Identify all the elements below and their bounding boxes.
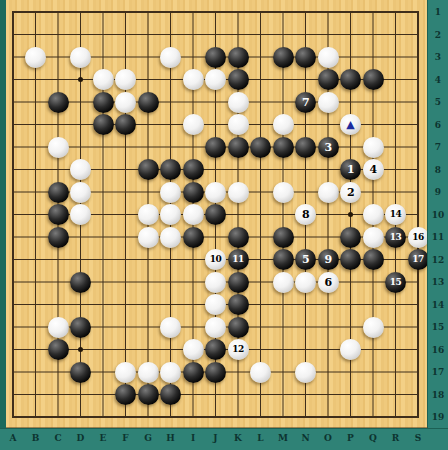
intersection-D3[interactable] [69,46,92,69]
intersection-Q14[interactable] [362,293,385,316]
intersection-Q19[interactable] [362,406,385,429]
intersection-R1[interactable] [384,1,407,24]
intersection-C11[interactable] [47,226,70,249]
intersection-J11[interactable] [204,226,227,249]
intersection-L9[interactable] [249,181,272,204]
intersection-C7[interactable] [47,136,70,159]
intersection-P6[interactable]: ▲ [339,113,362,136]
intersection-K16[interactable]: 12 [227,338,250,361]
intersection-J8[interactable] [204,158,227,181]
intersection-L13[interactable] [249,271,272,294]
intersection-F13[interactable] [114,271,137,294]
intersection-K2[interactable] [227,23,250,46]
intersection-S8[interactable] [407,158,430,181]
intersection-I16[interactable] [182,338,205,361]
intersection-E11[interactable] [92,226,115,249]
intersection-H12[interactable] [159,248,182,271]
intersection-N10[interactable]: 8 [294,203,317,226]
intersection-P13[interactable] [339,271,362,294]
intersection-M3[interactable] [272,46,295,69]
intersection-I7[interactable] [182,136,205,159]
intersection-P1[interactable] [339,1,362,24]
intersection-F3[interactable] [114,46,137,69]
intersection-S5[interactable] [407,91,430,114]
intersection-M18[interactable] [272,383,295,406]
intersection-N17[interactable] [294,361,317,384]
intersection-G19[interactable] [137,406,160,429]
intersection-B18[interactable] [24,383,47,406]
intersection-Q10[interactable] [362,203,385,226]
intersection-K19[interactable] [227,406,250,429]
intersection-F12[interactable] [114,248,137,271]
intersection-I15[interactable] [182,316,205,339]
intersection-M9[interactable] [272,181,295,204]
intersection-Q6[interactable] [362,113,385,136]
intersection-N5[interactable]: 7 [294,91,317,114]
intersection-I13[interactable] [182,271,205,294]
intersection-B10[interactable] [24,203,47,226]
intersection-O5[interactable] [317,91,340,114]
intersection-H6[interactable] [159,113,182,136]
intersection-N9[interactable] [294,181,317,204]
intersection-S14[interactable] [407,293,430,316]
intersection-D15[interactable] [69,316,92,339]
intersection-Q13[interactable] [362,271,385,294]
intersection-D2[interactable] [69,23,92,46]
intersection-Q16[interactable] [362,338,385,361]
intersection-O11[interactable] [317,226,340,249]
intersection-E15[interactable] [92,316,115,339]
intersection-S12[interactable]: 17 [407,248,430,271]
intersection-G16[interactable] [137,338,160,361]
intersection-C6[interactable] [47,113,70,136]
intersection-C9[interactable] [47,181,70,204]
intersection-H2[interactable] [159,23,182,46]
intersection-Q18[interactable] [362,383,385,406]
intersection-G2[interactable] [137,23,160,46]
intersection-F4[interactable] [114,68,137,91]
intersection-R18[interactable] [384,383,407,406]
intersection-J17[interactable] [204,361,227,384]
intersection-D14[interactable] [69,293,92,316]
intersection-F8[interactable] [114,158,137,181]
intersection-F6[interactable] [114,113,137,136]
intersection-F16[interactable] [114,338,137,361]
intersection-D17[interactable] [69,361,92,384]
intersection-R7[interactable] [384,136,407,159]
intersection-M14[interactable] [272,293,295,316]
intersection-E1[interactable] [92,1,115,24]
intersection-Q3[interactable] [362,46,385,69]
intersection-N3[interactable] [294,46,317,69]
intersection-L12[interactable] [249,248,272,271]
intersection-M5[interactable] [272,91,295,114]
intersection-C13[interactable] [47,271,70,294]
intersection-J9[interactable] [204,181,227,204]
intersection-E10[interactable] [92,203,115,226]
intersection-F18[interactable] [114,383,137,406]
intersection-M12[interactable] [272,248,295,271]
intersection-M15[interactable] [272,316,295,339]
intersection-G6[interactable] [137,113,160,136]
intersection-R4[interactable] [384,68,407,91]
intersection-N16[interactable] [294,338,317,361]
intersection-K8[interactable] [227,158,250,181]
intersection-N13[interactable] [294,271,317,294]
intersection-O14[interactable] [317,293,340,316]
intersection-G9[interactable] [137,181,160,204]
intersection-F11[interactable] [114,226,137,249]
intersection-O7[interactable]: 3 [317,136,340,159]
intersection-D16[interactable] [69,338,92,361]
intersection-D5[interactable] [69,91,92,114]
intersection-K1[interactable] [227,1,250,24]
intersection-M10[interactable] [272,203,295,226]
intersection-S9[interactable] [407,181,430,204]
intersection-K13[interactable] [227,271,250,294]
intersection-N1[interactable] [294,1,317,24]
intersection-K17[interactable] [227,361,250,384]
intersection-L18[interactable] [249,383,272,406]
intersection-O9[interactable] [317,181,340,204]
intersection-P4[interactable] [339,68,362,91]
intersection-N18[interactable] [294,383,317,406]
intersection-S1[interactable] [407,1,430,24]
intersection-E16[interactable] [92,338,115,361]
intersection-F10[interactable] [114,203,137,226]
intersection-N2[interactable] [294,23,317,46]
intersection-G3[interactable] [137,46,160,69]
intersection-S11[interactable]: 16 [407,226,430,249]
intersection-K12[interactable]: 11 [227,248,250,271]
intersection-G1[interactable] [137,1,160,24]
intersection-L7[interactable] [249,136,272,159]
intersection-R19[interactable] [384,406,407,429]
intersection-D8[interactable] [69,158,92,181]
intersection-Q15[interactable] [362,316,385,339]
intersection-E2[interactable] [92,23,115,46]
intersection-D19[interactable] [69,406,92,429]
intersection-B8[interactable] [24,158,47,181]
intersection-N14[interactable] [294,293,317,316]
intersection-P14[interactable] [339,293,362,316]
intersection-M16[interactable] [272,338,295,361]
intersection-K6[interactable] [227,113,250,136]
intersection-I8[interactable] [182,158,205,181]
intersection-R13[interactable]: 15 [384,271,407,294]
intersection-R6[interactable] [384,113,407,136]
intersection-O2[interactable] [317,23,340,46]
intersection-K3[interactable] [227,46,250,69]
intersection-R2[interactable] [384,23,407,46]
intersection-J13[interactable] [204,271,227,294]
intersection-C8[interactable] [47,158,70,181]
intersection-J10[interactable] [204,203,227,226]
intersection-K11[interactable] [227,226,250,249]
intersection-J18[interactable] [204,383,227,406]
intersection-L19[interactable] [249,406,272,429]
intersection-I3[interactable] [182,46,205,69]
intersection-J12[interactable]: 10 [204,248,227,271]
intersection-S4[interactable] [407,68,430,91]
intersection-L16[interactable] [249,338,272,361]
intersection-R9[interactable] [384,181,407,204]
intersection-H8[interactable] [159,158,182,181]
intersection-E18[interactable] [92,383,115,406]
intersection-L11[interactable] [249,226,272,249]
intersection-I14[interactable] [182,293,205,316]
intersection-M19[interactable] [272,406,295,429]
intersection-R3[interactable] [384,46,407,69]
intersection-K5[interactable] [227,91,250,114]
intersection-C5[interactable] [47,91,70,114]
intersection-B11[interactable] [24,226,47,249]
intersection-L4[interactable] [249,68,272,91]
intersection-R16[interactable] [384,338,407,361]
intersection-G8[interactable] [137,158,160,181]
intersection-R14[interactable] [384,293,407,316]
intersection-L6[interactable] [249,113,272,136]
intersection-B6[interactable] [24,113,47,136]
intersection-B9[interactable] [24,181,47,204]
intersection-J1[interactable] [204,1,227,24]
intersection-K15[interactable] [227,316,250,339]
intersection-Q7[interactable] [362,136,385,159]
intersection-P17[interactable] [339,361,362,384]
intersection-L1[interactable] [249,1,272,24]
intersection-O1[interactable] [317,1,340,24]
intersection-C17[interactable] [47,361,70,384]
intersection-M4[interactable] [272,68,295,91]
intersection-J3[interactable] [204,46,227,69]
intersection-O19[interactable] [317,406,340,429]
intersection-Q9[interactable] [362,181,385,204]
intersection-C4[interactable] [47,68,70,91]
intersection-I5[interactable] [182,91,205,114]
intersection-H14[interactable] [159,293,182,316]
intersection-R11[interactable]: 13 [384,226,407,249]
intersection-J7[interactable] [204,136,227,159]
intersection-G12[interactable] [137,248,160,271]
intersection-R10[interactable]: 14 [384,203,407,226]
intersection-Q17[interactable] [362,361,385,384]
intersection-H3[interactable] [159,46,182,69]
intersection-N15[interactable] [294,316,317,339]
intersection-L14[interactable] [249,293,272,316]
intersection-P19[interactable] [339,406,362,429]
intersection-H16[interactable] [159,338,182,361]
intersection-H13[interactable] [159,271,182,294]
intersection-D12[interactable] [69,248,92,271]
intersection-G18[interactable] [137,383,160,406]
intersection-E14[interactable] [92,293,115,316]
intersection-H19[interactable] [159,406,182,429]
intersection-S13[interactable] [407,271,430,294]
intersection-M8[interactable] [272,158,295,181]
intersection-R15[interactable] [384,316,407,339]
intersection-C3[interactable] [47,46,70,69]
intersection-I2[interactable] [182,23,205,46]
intersection-N8[interactable] [294,158,317,181]
intersection-E17[interactable] [92,361,115,384]
intersection-G5[interactable] [137,91,160,114]
intersection-L2[interactable] [249,23,272,46]
intersection-P5[interactable] [339,91,362,114]
intersection-L10[interactable] [249,203,272,226]
intersection-C10[interactable] [47,203,70,226]
intersection-R5[interactable] [384,91,407,114]
intersection-G11[interactable] [137,226,160,249]
intersection-C15[interactable] [47,316,70,339]
intersection-G4[interactable] [137,68,160,91]
intersection-B2[interactable] [24,23,47,46]
intersection-E13[interactable] [92,271,115,294]
intersection-J19[interactable] [204,406,227,429]
intersection-P18[interactable] [339,383,362,406]
intersection-K4[interactable] [227,68,250,91]
intersection-N19[interactable] [294,406,317,429]
intersection-D4[interactable] [69,68,92,91]
intersection-J15[interactable] [204,316,227,339]
intersection-I6[interactable] [182,113,205,136]
intersection-H15[interactable] [159,316,182,339]
intersection-Q4[interactable] [362,68,385,91]
intersection-P11[interactable] [339,226,362,249]
intersection-P9[interactable]: 2 [339,181,362,204]
intersection-F17[interactable] [114,361,137,384]
intersection-I10[interactable] [182,203,205,226]
intersection-M1[interactable] [272,1,295,24]
intersection-F15[interactable] [114,316,137,339]
intersection-N7[interactable] [294,136,317,159]
intersection-M11[interactable] [272,226,295,249]
intersection-G17[interactable] [137,361,160,384]
intersection-M13[interactable] [272,271,295,294]
intersection-N6[interactable] [294,113,317,136]
intersection-P7[interactable] [339,136,362,159]
intersection-E8[interactable] [92,158,115,181]
intersection-B14[interactable] [24,293,47,316]
intersection-F9[interactable] [114,181,137,204]
intersection-K18[interactable] [227,383,250,406]
intersection-D13[interactable] [69,271,92,294]
intersection-C16[interactable] [47,338,70,361]
intersection-K9[interactable] [227,181,250,204]
intersection-D10[interactable] [69,203,92,226]
intersection-P12[interactable] [339,248,362,271]
intersection-H10[interactable] [159,203,182,226]
intersection-B7[interactable] [24,136,47,159]
intersection-B12[interactable] [24,248,47,271]
intersection-S7[interactable] [407,136,430,159]
intersection-K10[interactable] [227,203,250,226]
intersection-Q8[interactable]: 4 [362,158,385,181]
intersection-B1[interactable] [24,1,47,24]
intersection-H4[interactable] [159,68,182,91]
intersection-S6[interactable] [407,113,430,136]
intersection-N4[interactable] [294,68,317,91]
intersection-L3[interactable] [249,46,272,69]
intersection-E12[interactable] [92,248,115,271]
intersection-H9[interactable] [159,181,182,204]
intersection-E7[interactable] [92,136,115,159]
intersection-S2[interactable] [407,23,430,46]
intersection-I12[interactable] [182,248,205,271]
intersection-S16[interactable] [407,338,430,361]
intersection-R17[interactable] [384,361,407,384]
intersection-J2[interactable] [204,23,227,46]
intersection-H18[interactable] [159,383,182,406]
intersection-H7[interactable] [159,136,182,159]
intersection-O13[interactable]: 6 [317,271,340,294]
intersection-I11[interactable] [182,226,205,249]
intersection-K7[interactable] [227,136,250,159]
intersection-B5[interactable] [24,91,47,114]
intersection-E5[interactable] [92,91,115,114]
intersection-G10[interactable] [137,203,160,226]
intersection-M7[interactable] [272,136,295,159]
intersection-C1[interactable] [47,1,70,24]
intersection-F14[interactable] [114,293,137,316]
intersection-B15[interactable] [24,316,47,339]
intersection-I17[interactable] [182,361,205,384]
intersection-E9[interactable] [92,181,115,204]
intersection-D6[interactable] [69,113,92,136]
intersection-J4[interactable] [204,68,227,91]
intersection-C12[interactable] [47,248,70,271]
intersection-E4[interactable] [92,68,115,91]
intersection-D1[interactable] [69,1,92,24]
intersection-M2[interactable] [272,23,295,46]
intersection-L15[interactable] [249,316,272,339]
intersection-O4[interactable] [317,68,340,91]
intersection-O15[interactable] [317,316,340,339]
intersection-E3[interactable] [92,46,115,69]
intersection-I19[interactable] [182,406,205,429]
intersection-F7[interactable] [114,136,137,159]
intersection-B16[interactable] [24,338,47,361]
intersection-H5[interactable] [159,91,182,114]
intersection-H11[interactable] [159,226,182,249]
intersection-C19[interactable] [47,406,70,429]
intersection-J6[interactable] [204,113,227,136]
intersection-G14[interactable] [137,293,160,316]
intersection-O3[interactable] [317,46,340,69]
intersection-B13[interactable] [24,271,47,294]
intersection-P15[interactable] [339,316,362,339]
intersection-O6[interactable] [317,113,340,136]
intersection-O12[interactable]: 9 [317,248,340,271]
intersection-D18[interactable] [69,383,92,406]
intersection-L8[interactable] [249,158,272,181]
intersection-P8[interactable]: 1 [339,158,362,181]
intersection-N11[interactable] [294,226,317,249]
intersection-I4[interactable] [182,68,205,91]
intersection-L17[interactable] [249,361,272,384]
intersection-C14[interactable] [47,293,70,316]
intersection-G13[interactable] [137,271,160,294]
intersection-O17[interactable] [317,361,340,384]
intersection-L5[interactable] [249,91,272,114]
intersection-S10[interactable] [407,203,430,226]
intersection-O10[interactable] [317,203,340,226]
intersection-S18[interactable] [407,383,430,406]
intersection-F19[interactable] [114,406,137,429]
intersection-O8[interactable] [317,158,340,181]
intersection-N12[interactable]: 5 [294,248,317,271]
intersection-P16[interactable] [339,338,362,361]
intersection-M6[interactable] [272,113,295,136]
